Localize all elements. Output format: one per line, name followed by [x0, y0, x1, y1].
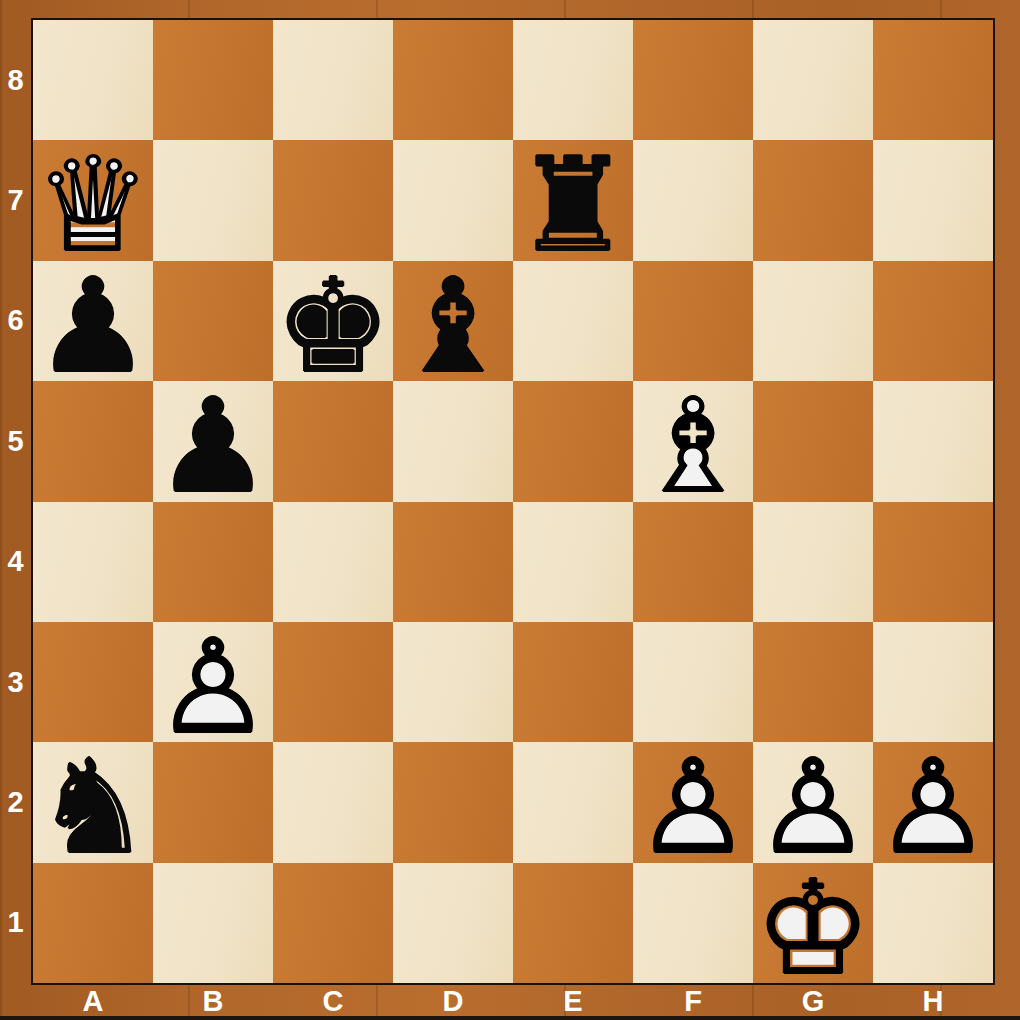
square-b8[interactable]	[153, 20, 273, 140]
square-c6[interactable]: ♚♚	[273, 261, 393, 381]
piece-outline-glyph: ♝	[395, 261, 512, 391]
square-a7[interactable]: ♛♕	[33, 140, 153, 260]
white-pawn-g2[interactable]: ♟♙	[753, 742, 873, 862]
square-a6[interactable]: ♟♟	[33, 261, 153, 381]
square-b3[interactable]: ♟♙	[153, 622, 273, 742]
rank-label-1: 1	[0, 863, 31, 983]
square-d6[interactable]: ♝♝	[393, 261, 513, 381]
square-a5[interactable]	[33, 381, 153, 501]
rank-label-2: 2	[0, 742, 31, 862]
rank-label-6: 6	[0, 261, 31, 381]
square-b7[interactable]	[153, 140, 273, 260]
square-e6[interactable]	[513, 261, 633, 381]
square-e1[interactable]	[513, 863, 633, 983]
square-e2[interactable]	[513, 742, 633, 862]
piece-outline-glyph: ♙	[635, 742, 752, 872]
square-a8[interactable]	[33, 20, 153, 140]
rank-label-3: 3	[0, 622, 31, 742]
square-h1[interactable]	[873, 863, 993, 983]
square-c8[interactable]	[273, 20, 393, 140]
square-d1[interactable]	[393, 863, 513, 983]
square-f4[interactable]	[633, 502, 753, 622]
square-e8[interactable]	[513, 20, 633, 140]
square-c1[interactable]	[273, 863, 393, 983]
square-d7[interactable]	[393, 140, 513, 260]
rank-label-4: 4	[0, 502, 31, 622]
piece-outline-glyph: ♟	[155, 381, 272, 511]
black-knight-a2[interactable]: ♞♞	[33, 742, 153, 862]
square-f8[interactable]	[633, 20, 753, 140]
square-c4[interactable]	[273, 502, 393, 622]
square-h5[interactable]	[873, 381, 993, 501]
piece-outline-glyph: ♜	[515, 140, 632, 270]
square-g5[interactable]	[753, 381, 873, 501]
black-pawn-a6[interactable]: ♟♟	[33, 261, 153, 381]
square-g2[interactable]: ♟♙	[753, 742, 873, 862]
square-h2[interactable]: ♟♙	[873, 742, 993, 862]
square-h4[interactable]	[873, 502, 993, 622]
piece-outline-glyph: ♚	[275, 261, 392, 391]
black-pawn-b5[interactable]: ♟♟	[153, 381, 273, 501]
photo-bottom-edge	[0, 1016, 1020, 1020]
square-g7[interactable]	[753, 140, 873, 260]
white-bishop-f5[interactable]: ♝♗	[633, 381, 753, 501]
square-d5[interactable]	[393, 381, 513, 501]
square-g4[interactable]	[753, 502, 873, 622]
chess-board: ♛♕♜♜♟♟♚♚♝♝♟♟♝♗♟♙♞♞♟♙♟♙♟♙♚♔	[31, 18, 995, 985]
square-a3[interactable]	[33, 622, 153, 742]
file-label-b: B	[153, 985, 273, 1016]
square-a4[interactable]	[33, 502, 153, 622]
square-d3[interactable]	[393, 622, 513, 742]
rank-label-8: 8	[0, 20, 31, 140]
square-b5[interactable]: ♟♟	[153, 381, 273, 501]
square-d2[interactable]	[393, 742, 513, 862]
square-d4[interactable]	[393, 502, 513, 622]
square-c3[interactable]	[273, 622, 393, 742]
square-c7[interactable]	[273, 140, 393, 260]
square-f1[interactable]	[633, 863, 753, 983]
square-f5[interactable]: ♝♗	[633, 381, 753, 501]
square-b4[interactable]	[153, 502, 273, 622]
black-rook-e7[interactable]: ♜♜	[513, 140, 633, 260]
square-f2[interactable]: ♟♙	[633, 742, 753, 862]
piece-outline-glyph: ♙	[875, 742, 992, 872]
square-a2[interactable]: ♞♞	[33, 742, 153, 862]
file-label-a: A	[33, 985, 153, 1016]
file-label-g: G	[753, 985, 873, 1016]
white-queen-a7[interactable]: ♛♕	[33, 140, 153, 260]
square-f3[interactable]	[633, 622, 753, 742]
square-f7[interactable]	[633, 140, 753, 260]
piece-outline-glyph: ♞	[35, 742, 152, 872]
square-e7[interactable]: ♜♜	[513, 140, 633, 260]
square-f6[interactable]	[633, 261, 753, 381]
black-king-c6[interactable]: ♚♚	[273, 261, 393, 381]
rank-labels: 87654321	[0, 20, 31, 983]
square-h7[interactable]	[873, 140, 993, 260]
square-h3[interactable]	[873, 622, 993, 742]
square-e4[interactable]	[513, 502, 633, 622]
square-b6[interactable]	[153, 261, 273, 381]
file-labels: ABCDEFGH	[33, 985, 993, 1016]
rank-label-5: 5	[0, 381, 31, 501]
file-label-e: E	[513, 985, 633, 1016]
square-h8[interactable]	[873, 20, 993, 140]
white-king-g1[interactable]: ♚♔	[753, 863, 873, 983]
piece-outline-glyph: ♔	[755, 863, 872, 993]
square-h6[interactable]	[873, 261, 993, 381]
square-a1[interactable]	[33, 863, 153, 983]
square-c5[interactable]	[273, 381, 393, 501]
square-g1[interactable]: ♚♔	[753, 863, 873, 983]
rank-label-7: 7	[0, 140, 31, 260]
square-e3[interactable]	[513, 622, 633, 742]
square-g8[interactable]	[753, 20, 873, 140]
square-d8[interactable]	[393, 20, 513, 140]
square-g6[interactable]	[753, 261, 873, 381]
chess-board-diagram: 87654321 ♛♕♜♜♟♟♚♚♝♝♟♟♝♗♟♙♞♞♟♙♟♙♟♙♚♔ ABCD…	[0, 0, 1020, 1020]
white-pawn-h2[interactable]: ♟♙	[873, 742, 993, 862]
square-c2[interactable]	[273, 742, 393, 862]
file-label-f: F	[633, 985, 753, 1016]
file-label-d: D	[393, 985, 513, 1016]
piece-outline-glyph: ♙	[155, 622, 272, 752]
piece-outline-glyph: ♗	[635, 381, 752, 511]
file-label-h: H	[873, 985, 993, 1016]
white-pawn-b3[interactable]: ♟♙	[153, 622, 273, 742]
white-pawn-f2[interactable]: ♟♙	[633, 742, 753, 862]
square-g3[interactable]	[753, 622, 873, 742]
square-e5[interactable]	[513, 381, 633, 501]
square-b2[interactable]	[153, 742, 273, 862]
file-label-c: C	[273, 985, 393, 1016]
black-bishop-d6[interactable]: ♝♝	[393, 261, 513, 381]
piece-outline-glyph: ♟	[35, 261, 152, 391]
square-b1[interactable]	[153, 863, 273, 983]
